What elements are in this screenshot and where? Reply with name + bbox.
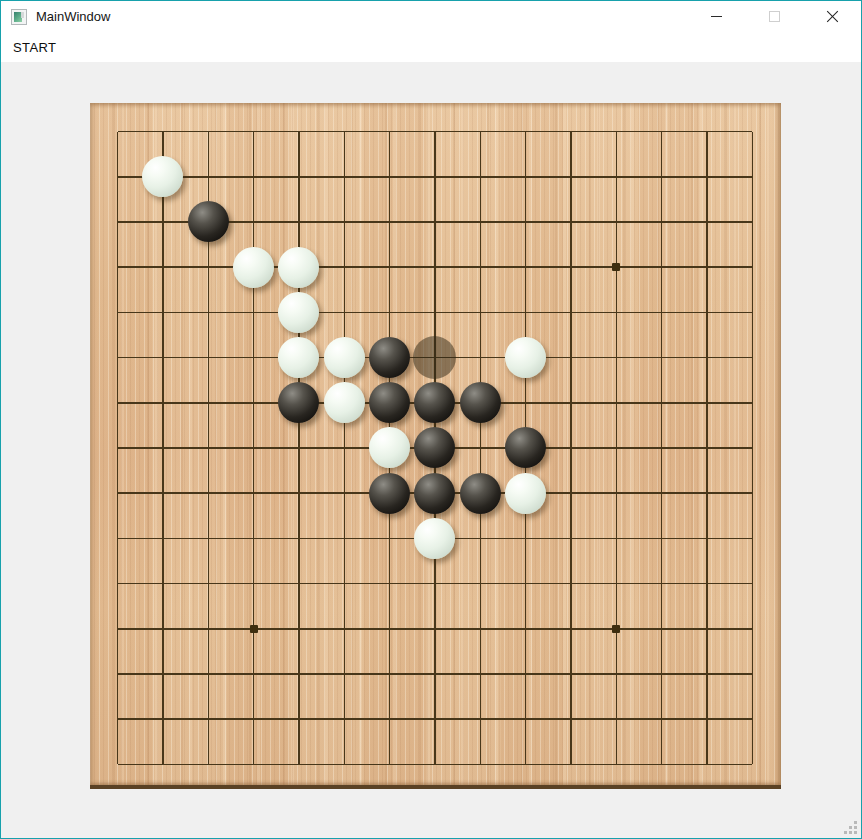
grid-line-vertical [661,561,663,606]
board-cell-c8r9[interactable] [458,516,503,561]
board-cell-c13r12[interactable] [684,651,729,696]
board-cell-c3r6[interactable] [231,380,276,425]
window-title: MainWindow [36,9,110,24]
board-cell-c1r12[interactable] [140,651,185,696]
board-cell-c5r11[interactable] [322,606,367,651]
board-cell-c10r11[interactable] [548,606,593,651]
board-cell-c7r8[interactable] [412,471,457,516]
board-cell-c12r6[interactable] [639,380,684,425]
board-cell-c14r7[interactable] [730,425,775,470]
board-cell-c12r8[interactable] [639,471,684,516]
board-cell-c14r14[interactable] [730,742,775,787]
grid-line-vertical [706,471,708,516]
board-cell-c7r9[interactable] [412,516,457,561]
board-cell-c13r6[interactable] [684,380,729,425]
black-stone [369,382,410,423]
grid-line-vertical [389,154,391,199]
board-cell-c9r6[interactable] [503,380,548,425]
grid-line-horizontal [730,176,753,178]
board-cell-c5r5[interactable] [322,335,367,380]
board-cell-c13r9[interactable] [684,516,729,561]
board-cell-c1r13[interactable] [140,697,185,742]
board-cell-c9r12[interactable] [503,651,548,696]
grid-line-vertical [570,199,572,244]
board-cell-c6r8[interactable] [367,471,412,516]
board-cell-c14r3[interactable] [730,245,775,290]
board-cell-c12r1[interactable] [639,154,684,199]
grid-line-horizontal [730,447,753,449]
board-cell-c0r4[interactable] [95,290,140,335]
white-stone [414,518,455,559]
star-point [612,625,620,633]
board-cell-c2r0[interactable] [186,109,231,154]
black-stone [369,473,410,514]
board-cell-c9r14[interactable] [503,742,548,787]
board-cell-c11r2[interactable] [594,199,639,244]
board-cell-c7r13[interactable] [412,697,457,742]
minimize-button[interactable] [687,1,745,32]
board-cell-c1r3[interactable] [140,245,185,290]
board-cell-c5r9[interactable] [322,516,367,561]
board-cell-c7r1[interactable] [412,154,457,199]
board-cell-c7r14[interactable] [412,742,457,787]
board-cell-c0r5[interactable] [95,335,140,380]
grid-line-horizontal [730,312,753,314]
board-cell-c8r7[interactable] [458,425,503,470]
grid-line-vertical [298,132,300,155]
board-cell-c0r11[interactable] [95,606,140,651]
board-cell-c2r9[interactable] [186,516,231,561]
board-cell-c4r4[interactable] [276,290,321,335]
board-cell-c10r1[interactable] [548,154,593,199]
grid-line-vertical [752,651,754,696]
board-cell-c1r1[interactable] [140,154,185,199]
board-cell-c11r4[interactable] [594,290,639,335]
board-cell-c7r11[interactable] [412,606,457,651]
board-cell-c3r11[interactable] [231,606,276,651]
board-cell-c7r10[interactable] [412,561,457,606]
board-cell-c7r4[interactable] [412,290,457,335]
grid-line-vertical [344,651,346,696]
grid-line-vertical [752,561,754,606]
board-cell-c1r10[interactable] [140,561,185,606]
board-cell-c10r3[interactable] [548,245,593,290]
board-cell-c13r7[interactable] [684,425,729,470]
board-cell-c1r7[interactable] [140,425,185,470]
board-cell-c10r5[interactable] [548,335,593,380]
board-cell-c14r13[interactable] [730,697,775,742]
board-cell-c0r13[interactable] [95,697,140,742]
board-cell-c5r1[interactable] [322,154,367,199]
board-cell-c8r10[interactable] [458,561,503,606]
board-cell-c8r12[interactable] [458,651,503,696]
board-cell-c14r8[interactable] [730,471,775,516]
board-cell-c14r10[interactable] [730,561,775,606]
black-stone [505,427,546,468]
board-cell-c2r1[interactable] [186,154,231,199]
board-cell-c6r9[interactable] [367,516,412,561]
grid-line-vertical [525,245,527,290]
menu-item-start[interactable]: START [9,38,60,57]
resize-grip[interactable] [844,821,857,834]
board-cell-c11r3[interactable] [594,245,639,290]
grid-line-horizontal [118,718,141,720]
board-cell-c9r11[interactable] [503,606,548,651]
board-cell-c6r0[interactable] [367,109,412,154]
board-cell-c10r10[interactable] [548,561,593,606]
board-cell-c6r4[interactable] [367,290,412,335]
board-cell-c10r14[interactable] [548,742,593,787]
board-cell-c14r12[interactable] [730,651,775,696]
board-cell-c14r4[interactable] [730,290,775,335]
board-cell-c3r14[interactable] [231,742,276,787]
board-cell-c13r2[interactable] [684,199,729,244]
grid-line-vertical [570,516,572,561]
board-cell-c4r5[interactable] [276,335,321,380]
grid-line-vertical [208,425,210,470]
board-cell-c9r9[interactable] [503,516,548,561]
board-cell-c13r10[interactable] [684,561,729,606]
board-cell-c14r11[interactable] [730,606,775,651]
board-cell-c9r3[interactable] [503,245,548,290]
board-cell-c5r13[interactable] [322,697,367,742]
board-cell-c8r0[interactable] [458,109,503,154]
board-cell-c4r2[interactable] [276,199,321,244]
grid-line-vertical [480,606,482,651]
board-cell-c6r1[interactable] [367,154,412,199]
grid-line-vertical [525,199,527,244]
board-cell-c11r12[interactable] [594,651,639,696]
grid-line-vertical [661,606,663,651]
board-cell-c3r12[interactable] [231,651,276,696]
white-stone [324,382,365,423]
black-stone [188,201,229,242]
board-cell-c7r7[interactable] [412,425,457,470]
board-cell-c7r12[interactable] [412,651,457,696]
board-cell-c8r2[interactable] [458,199,503,244]
board-cell-c3r9[interactable] [231,516,276,561]
board-cell-c12r7[interactable] [639,425,684,470]
board-cell-c12r10[interactable] [639,561,684,606]
board-cell-c3r2[interactable] [231,199,276,244]
board-cell-c2r5[interactable] [186,335,231,380]
board-cell-c8r6[interactable] [458,380,503,425]
board-cell-c4r12[interactable] [276,651,321,696]
board-cell-c9r5[interactable] [503,335,548,380]
board-cell-c1r14[interactable] [140,742,185,787]
board-cell-c2r12[interactable] [186,651,231,696]
board-cell-c5r8[interactable] [322,471,367,516]
board-cell-c11r9[interactable] [594,516,639,561]
board-cell-c1r0[interactable] [140,109,185,154]
board-cell-c3r3[interactable] [231,245,276,290]
board-cell-c9r1[interactable] [503,154,548,199]
grid-line-horizontal [118,628,141,630]
board-cell-c10r2[interactable] [548,199,593,244]
board-cell-c6r5[interactable] [367,335,412,380]
board-cell-c2r2[interactable] [186,199,231,244]
board-cell-c14r0[interactable] [730,109,775,154]
star-point [612,263,620,271]
board-cell-c13r3[interactable] [684,245,729,290]
grid-line-horizontal [118,221,141,223]
grid-line-vertical [661,132,663,155]
grid-line-vertical [253,335,255,380]
grid-line-vertical [208,561,210,606]
board-cell-c6r13[interactable] [367,697,412,742]
board-cell-c1r9[interactable] [140,516,185,561]
grid-line-horizontal [730,266,753,268]
board-cell-c7r0[interactable] [412,109,457,154]
board-cell-c4r1[interactable] [276,154,321,199]
board-cell-c6r12[interactable] [367,651,412,696]
board-cell-c9r2[interactable] [503,199,548,244]
maximize-button[interactable] [745,1,803,32]
grid-line-vertical [162,561,164,606]
board-cell-c0r14[interactable] [95,742,140,787]
board-cell-c10r4[interactable] [548,290,593,335]
board-cell-c0r2[interactable] [95,199,140,244]
grid-line-horizontal [730,718,753,720]
board-cell-c10r8[interactable] [548,471,593,516]
black-stone [278,382,319,423]
board-cell-c11r6[interactable] [594,380,639,425]
board-cell-c8r13[interactable] [458,697,503,742]
board-cell-c0r12[interactable] [95,651,140,696]
board-cell-c6r6[interactable] [367,380,412,425]
grid-line-vertical [706,199,708,244]
board-cell-c13r4[interactable] [684,290,729,335]
board-cell-c13r14[interactable] [684,742,729,787]
grid-line-vertical [661,697,663,742]
board-cell-c10r7[interactable] [548,425,593,470]
grid-line-vertical [706,516,708,561]
board-cell-c10r13[interactable] [548,697,593,742]
grid-line-vertical [480,335,482,380]
grid-line-vertical [208,697,210,742]
board-cell-c14r1[interactable] [730,154,775,199]
board-cell-c9r7[interactable] [503,425,548,470]
board-cell-c8r1[interactable] [458,154,503,199]
board-cell-c8r5[interactable] [458,335,503,380]
board-cell-c1r5[interactable] [140,335,185,380]
board-cell-c1r4[interactable] [140,290,185,335]
board-cell-c4r7[interactable] [276,425,321,470]
board-cell-c4r11[interactable] [276,606,321,651]
board-cell-c1r6[interactable] [140,380,185,425]
black-stone [369,337,410,378]
board-cell-c4r10[interactable] [276,561,321,606]
board-cell-c5r3[interactable] [322,245,367,290]
board-cell-c6r7[interactable] [367,425,412,470]
board-cell-c9r8[interactable] [503,471,548,516]
grid-line-vertical [208,516,210,561]
board-cell-c5r14[interactable] [322,742,367,787]
board-cell-c2r7[interactable] [186,425,231,470]
board-cell-c2r3[interactable] [186,245,231,290]
board-cell-c0r7[interactable] [95,425,140,470]
board-cell-c12r0[interactable] [639,109,684,154]
white-stone [324,337,365,378]
board-cell-c13r1[interactable] [684,154,729,199]
grid-line-vertical [389,132,391,155]
board-cell-c11r0[interactable] [594,109,639,154]
grid-line-vertical [389,561,391,606]
board-cell-c4r6[interactable] [276,380,321,425]
board-cell-c11r5[interactable] [594,335,639,380]
board-cell-c9r0[interactable] [503,109,548,154]
board-cell-c7r6[interactable] [412,380,457,425]
board-cell-c12r11[interactable] [639,606,684,651]
board-cell-c5r6[interactable] [322,380,367,425]
board-cell-c6r11[interactable] [367,606,412,651]
grid-line-vertical [706,606,708,651]
board-cell-c12r14[interactable] [639,742,684,787]
board-cell-c0r1[interactable] [95,154,140,199]
board-cell-c12r4[interactable] [639,290,684,335]
grid-line-vertical [389,651,391,696]
board-cell-c2r13[interactable] [186,697,231,742]
board-cell-c8r14[interactable] [458,742,503,787]
board-cell-c5r12[interactable] [322,651,367,696]
board-cell-c3r1[interactable] [231,154,276,199]
grid-line-vertical [298,425,300,470]
board-cell-c13r5[interactable] [684,335,729,380]
board-cell-c3r10[interactable] [231,561,276,606]
board-cell-c3r8[interactable] [231,471,276,516]
board-cell-c6r10[interactable] [367,561,412,606]
grid-line-vertical [616,516,618,561]
board-cell-c11r1[interactable] [594,154,639,199]
grid-line-horizontal [118,402,141,404]
board-cell-c2r8[interactable] [186,471,231,516]
board-cell-c1r8[interactable] [140,471,185,516]
board-cell-c8r4[interactable] [458,290,503,335]
grid-line-vertical [253,380,255,425]
board-cell-c13r11[interactable] [684,606,729,651]
grid-line-horizontal [118,492,141,494]
board-cell-c9r10[interactable] [503,561,548,606]
board-cell-c8r8[interactable] [458,471,503,516]
board-cell-c2r4[interactable] [186,290,231,335]
board-cell-c4r3[interactable] [276,245,321,290]
board-cell-c5r2[interactable] [322,199,367,244]
board-cell-c2r14[interactable] [186,742,231,787]
board-cell-c10r0[interactable] [548,109,593,154]
board-cell-c14r2[interactable] [730,199,775,244]
board-cell-c2r11[interactable] [186,606,231,651]
go-board[interactable] [90,103,781,789]
board-cell-c10r6[interactable] [548,380,593,425]
board-cell-c0r6[interactable] [95,380,140,425]
board-cell-c5r0[interactable] [322,109,367,154]
board-cell-c14r6[interactable] [730,380,775,425]
grid-line-vertical [162,335,164,380]
grid-line-horizontal [118,176,141,178]
board-cell-c11r13[interactable] [594,697,639,742]
grid-line-vertical [480,132,482,155]
board-cell-c11r14[interactable] [594,742,639,787]
board-cell-c12r9[interactable] [639,516,684,561]
grid-line-vertical [253,742,255,765]
board-cell-c7r2[interactable] [412,199,457,244]
board-cell-c0r9[interactable] [95,516,140,561]
board-cell-c13r13[interactable] [684,697,729,742]
grid-line-vertical [344,471,346,516]
grid-line-horizontal [118,447,141,449]
board-cell-c6r2[interactable] [367,199,412,244]
board-cell-c9r13[interactable] [503,697,548,742]
board-cell-c4r0[interactable] [276,109,321,154]
close-button[interactable] [803,1,861,32]
board-cell-c3r0[interactable] [231,109,276,154]
board-cell-c7r3[interactable] [412,245,457,290]
board-cell-c5r10[interactable] [322,561,367,606]
grid-line-vertical [117,606,119,651]
board-cell-c14r5[interactable] [730,335,775,380]
board-cell-c1r2[interactable] [140,199,185,244]
board-cell-c12r3[interactable] [639,245,684,290]
grid-line-horizontal [730,402,753,404]
board-cell-c3r5[interactable] [231,335,276,380]
board-cell-c4r14[interactable] [276,742,321,787]
grid-line-vertical [570,290,572,335]
board-cell-c4r9[interactable] [276,516,321,561]
board-cell-c12r12[interactable] [639,651,684,696]
board-cell-c12r2[interactable] [639,199,684,244]
grid-line-vertical [616,335,618,380]
board-cell-c5r4[interactable] [322,290,367,335]
board-cell-c11r8[interactable] [594,471,639,516]
board-cell-c2r6[interactable] [186,380,231,425]
board-cell-c9r4[interactable] [503,290,548,335]
board-cell-c14r9[interactable] [730,516,775,561]
grid-line-vertical [253,425,255,470]
board-cell-c7r5[interactable] [412,335,457,380]
board-cell-c12r13[interactable] [639,697,684,742]
board-cell-c3r7[interactable] [231,425,276,470]
grid-line-vertical [752,471,754,516]
board-cell-c11r11[interactable] [594,606,639,651]
board-cell-c8r11[interactable] [458,606,503,651]
board-cell-c6r3[interactable] [367,245,412,290]
board-cell-c2r10[interactable] [186,561,231,606]
board-cell-c10r9[interactable] [548,516,593,561]
board-cell-c3r13[interactable] [231,697,276,742]
board-cell-c0r0[interactable] [95,109,140,154]
board-cell-c3r4[interactable] [231,290,276,335]
grid-line-vertical [434,245,436,290]
board-cell-c0r8[interactable] [95,471,140,516]
grid-line-vertical [570,561,572,606]
grid-line-vertical [208,154,210,199]
board-cell-c4r13[interactable] [276,697,321,742]
board-cell-c5r7[interactable] [322,425,367,470]
board-cell-c6r14[interactable] [367,742,412,787]
board-cell-c4r8[interactable] [276,471,321,516]
board-cell-c12r5[interactable] [639,335,684,380]
board-cell-c13r8[interactable] [684,471,729,516]
board-cell-c11r7[interactable] [594,425,639,470]
board-cell-c0r10[interactable] [95,561,140,606]
board-cell-c1r11[interactable] [140,606,185,651]
board-cell-c10r12[interactable] [548,651,593,696]
board-cell-c0r3[interactable] [95,245,140,290]
board-cell-c8r3[interactable] [458,245,503,290]
board-cell-c11r10[interactable] [594,561,639,606]
board-cell-c13r0[interactable] [684,109,729,154]
white-stone [505,337,546,378]
